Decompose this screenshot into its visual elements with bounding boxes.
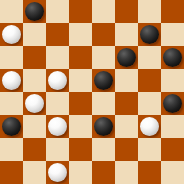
white-checker-piece[interactable] — [140, 117, 159, 136]
square-r3c3 — [69, 69, 92, 92]
square-r6c1[interactable] — [23, 138, 46, 161]
square-r5c2[interactable] — [46, 115, 69, 138]
square-r5c3 — [69, 115, 92, 138]
square-r0c0 — [0, 0, 23, 23]
black-checker-piece[interactable] — [117, 48, 136, 67]
square-r0c7[interactable] — [161, 0, 184, 23]
square-r1c1 — [23, 23, 46, 46]
square-r2c6 — [138, 46, 161, 69]
square-r3c6[interactable] — [138, 69, 161, 92]
square-r4c3[interactable] — [69, 92, 92, 115]
black-checker-piece[interactable] — [94, 117, 113, 136]
square-r0c3[interactable] — [69, 0, 92, 23]
square-r3c4[interactable] — [92, 69, 115, 92]
square-r5c1 — [23, 115, 46, 138]
square-r4c4 — [92, 92, 115, 115]
black-checker-piece[interactable] — [25, 2, 44, 21]
white-checker-piece[interactable] — [48, 71, 67, 90]
square-r2c1[interactable] — [23, 46, 46, 69]
square-r2c4 — [92, 46, 115, 69]
black-checker-piece[interactable] — [94, 71, 113, 90]
square-r1c2[interactable] — [46, 23, 69, 46]
square-r7c6[interactable] — [138, 161, 161, 184]
square-r3c7 — [161, 69, 184, 92]
square-r7c0[interactable] — [0, 161, 23, 184]
square-r1c7 — [161, 23, 184, 46]
square-r3c1 — [23, 69, 46, 92]
square-r6c5[interactable] — [115, 138, 138, 161]
square-r1c6[interactable] — [138, 23, 161, 46]
square-r7c5 — [115, 161, 138, 184]
square-r7c1 — [23, 161, 46, 184]
square-r1c4[interactable] — [92, 23, 115, 46]
white-checker-piece[interactable] — [2, 25, 21, 44]
black-checker-piece[interactable] — [163, 48, 182, 67]
square-r1c3 — [69, 23, 92, 46]
square-r5c5 — [115, 115, 138, 138]
square-r7c7 — [161, 161, 184, 184]
square-r0c2 — [46, 0, 69, 23]
square-r7c3 — [69, 161, 92, 184]
square-r5c4[interactable] — [92, 115, 115, 138]
square-r5c7 — [161, 115, 184, 138]
square-r3c5 — [115, 69, 138, 92]
square-r7c2[interactable] — [46, 161, 69, 184]
square-r2c5[interactable] — [115, 46, 138, 69]
black-checker-piece[interactable] — [140, 25, 159, 44]
square-r5c0[interactable] — [0, 115, 23, 138]
square-r1c5 — [115, 23, 138, 46]
square-r6c4 — [92, 138, 115, 161]
black-checker-piece[interactable] — [2, 117, 21, 136]
square-r2c7[interactable] — [161, 46, 184, 69]
square-r0c6 — [138, 0, 161, 23]
square-r6c6 — [138, 138, 161, 161]
square-r0c1[interactable] — [23, 0, 46, 23]
square-r4c1[interactable] — [23, 92, 46, 115]
square-r6c7[interactable] — [161, 138, 184, 161]
square-r4c7[interactable] — [161, 92, 184, 115]
checkers-board — [0, 0, 184, 184]
square-r4c6 — [138, 92, 161, 115]
square-r6c2 — [46, 138, 69, 161]
square-r4c5[interactable] — [115, 92, 138, 115]
square-r6c3[interactable] — [69, 138, 92, 161]
square-r3c2[interactable] — [46, 69, 69, 92]
square-r3c0[interactable] — [0, 69, 23, 92]
square-r6c0 — [0, 138, 23, 161]
square-r7c4[interactable] — [92, 161, 115, 184]
black-checker-piece[interactable] — [163, 94, 182, 113]
white-checker-piece[interactable] — [48, 117, 67, 136]
square-r0c5[interactable] — [115, 0, 138, 23]
square-r4c2 — [46, 92, 69, 115]
white-checker-piece[interactable] — [2, 71, 21, 90]
square-r2c3[interactable] — [69, 46, 92, 69]
square-r5c6[interactable] — [138, 115, 161, 138]
square-r1c0[interactable] — [0, 23, 23, 46]
white-checker-piece[interactable] — [48, 163, 67, 182]
square-r0c4 — [92, 0, 115, 23]
square-r2c0 — [0, 46, 23, 69]
square-r4c0 — [0, 92, 23, 115]
white-checker-piece[interactable] — [25, 94, 44, 113]
square-r2c2 — [46, 46, 69, 69]
